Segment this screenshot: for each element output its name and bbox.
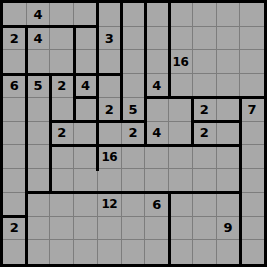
cell-empty[interactable] [50,240,74,264]
cell-empty[interactable] [27,98,51,122]
puzzle-grid: 42431665244252722421612629 [3,3,264,264]
cell-clue-r6c3[interactable]: 2 [50,122,74,146]
cell-empty[interactable] [217,193,241,217]
cell-empty[interactable] [74,98,98,122]
cell-clue-r4c7[interactable]: 4 [145,74,169,98]
cell-empty[interactable] [240,122,264,146]
cell-clue-r9c7[interactable]: 6 [145,193,169,217]
cell-empty[interactable] [122,27,146,51]
cell-empty[interactable] [122,50,146,74]
cell-empty[interactable] [240,74,264,98]
cell-empty[interactable] [169,3,193,27]
cell-empty[interactable] [169,74,193,98]
cell-empty[interactable] [145,217,169,241]
cell-empty[interactable] [98,217,122,241]
cell-empty[interactable] [27,217,51,241]
cell-empty[interactable] [50,98,74,122]
cell-empty[interactable] [145,240,169,264]
cell-empty[interactable] [169,193,193,217]
cell-clue-r6c7[interactable]: 4 [145,122,169,146]
cell-clue-r5c11[interactable]: 7 [240,98,264,122]
cell-empty[interactable] [27,50,51,74]
puzzle-board: 42431665244252722421612629 [0,0,267,267]
region-border-segment [73,96,100,99]
cell-empty[interactable] [122,74,146,98]
cell-empty[interactable] [98,122,122,146]
region-border-segment [49,73,52,195]
cell-empty[interactable] [169,27,193,51]
cell-clue-r4c2[interactable]: 5 [27,74,51,98]
region-border-segment [3,73,123,76]
cell-clue-r6c6[interactable]: 2 [122,122,146,146]
cell-clue-r10c10[interactable]: 9 [217,217,241,241]
cell-clue-r5c5[interactable]: 2 [98,98,122,122]
cell-empty[interactable] [27,193,51,217]
cell-empty[interactable] [240,50,264,74]
cell-empty[interactable] [3,145,27,169]
cell-empty[interactable] [193,50,217,74]
region-border-segment [3,25,99,28]
cell-empty[interactable] [217,27,241,51]
cell-clue-r4c3[interactable]: 2 [50,74,74,98]
cell-empty[interactable] [169,122,193,146]
cell-empty[interactable] [3,193,27,217]
cell-clue-r5c6[interactable]: 5 [122,98,146,122]
cell-empty[interactable] [50,193,74,217]
cell-clue-r2c2[interactable]: 4 [27,27,51,51]
cell-empty[interactable] [98,50,122,74]
cell-empty[interactable] [217,50,241,74]
cell-empty[interactable] [27,122,51,146]
cell-clue-r1c2[interactable]: 4 [27,3,51,27]
cell-empty[interactable] [217,98,241,122]
region-border-segment [49,120,147,123]
cell-empty[interactable] [240,193,264,217]
cell-empty[interactable] [74,122,98,146]
cell-clue-r4c1[interactable]: 6 [3,74,27,98]
cell-empty[interactable] [50,169,74,193]
cell-empty[interactable] [122,240,146,264]
cell-empty[interactable] [145,98,169,122]
cell-empty[interactable] [74,3,98,27]
cell-empty[interactable] [27,240,51,264]
cell-empty[interactable] [240,169,264,193]
cell-empty[interactable] [122,3,146,27]
cell-empty[interactable] [74,240,98,264]
cell-empty[interactable] [193,193,217,217]
cell-clue-r2c5[interactable]: 3 [98,27,122,51]
cell-empty[interactable] [145,50,169,74]
region-border-segment [25,25,28,264]
cell-empty[interactable] [3,122,27,146]
region-border-segment [49,144,242,147]
region-border-segment [120,3,123,123]
cell-empty[interactable] [217,74,241,98]
cell-empty[interactable] [74,27,98,51]
cell-empty[interactable] [193,27,217,51]
cell-empty[interactable] [240,27,264,51]
cell-empty[interactable] [74,50,98,74]
cell-empty[interactable] [145,169,169,193]
cell-empty[interactable] [145,3,169,27]
cell-empty[interactable] [122,169,146,193]
cell-empty[interactable] [169,169,193,193]
cell-empty[interactable] [193,3,217,27]
cell-empty[interactable] [50,50,74,74]
cell-empty[interactable] [193,74,217,98]
cell-empty[interactable] [240,217,264,241]
cell-empty[interactable] [169,98,193,122]
cell-empty[interactable] [3,169,27,193]
cell-empty[interactable] [98,169,122,193]
cell-empty[interactable] [74,169,98,193]
cell-empty[interactable] [122,193,146,217]
cell-empty[interactable] [3,98,27,122]
region-border-segment [3,215,28,218]
cell-empty[interactable] [217,3,241,27]
cell-empty[interactable] [98,3,122,27]
region-border-segment [168,191,171,264]
cell-empty[interactable] [74,217,98,241]
cell-empty[interactable] [217,145,241,169]
region-border-segment [25,191,242,194]
cell-empty[interactable] [240,240,264,264]
cell-empty[interactable] [50,3,74,27]
cell-empty[interactable] [193,240,217,264]
cell-clue-r4c4[interactable]: 4 [74,74,98,98]
cell-empty[interactable] [74,193,98,217]
cell-empty[interactable] [50,27,74,51]
cell-empty[interactable] [50,145,74,169]
cell-empty[interactable] [193,217,217,241]
cell-clue-r9c5[interactable]: 12 [98,193,122,217]
cell-empty[interactable] [50,217,74,241]
cell-empty[interactable] [169,217,193,241]
cell-empty[interactable] [3,3,27,27]
cell-clue-r2c1[interactable]: 2 [3,27,27,51]
cell-empty[interactable] [3,240,27,264]
cell-empty[interactable] [27,145,51,169]
cell-clue-r6c9[interactable]: 2 [193,122,217,146]
region-border-segment [191,120,241,123]
cell-clue-r3c8[interactable]: 16 [169,50,193,74]
cell-empty[interactable] [74,145,98,169]
cell-clue-r7c5[interactable]: 16 [98,145,122,169]
cell-empty[interactable] [98,240,122,264]
cell-empty[interactable] [169,240,193,264]
cell-empty[interactable] [169,145,193,169]
cell-empty[interactable] [193,169,217,193]
cell-empty[interactable] [3,50,27,74]
region-border-segment [144,96,264,99]
cell-empty[interactable] [122,217,146,241]
region-border-segment [168,3,171,99]
cell-empty[interactable] [145,27,169,51]
cell-empty[interactable] [122,145,146,169]
cell-empty[interactable] [217,240,241,264]
region-border-segment [144,3,147,147]
cell-empty[interactable] [217,169,241,193]
cell-empty[interactable] [27,169,51,193]
cell-empty[interactable] [98,74,122,98]
cell-clue-r5c9[interactable]: 2 [193,98,217,122]
cell-empty[interactable] [145,145,169,169]
cell-empty[interactable] [240,3,264,27]
cell-empty[interactable] [240,145,264,169]
cell-empty[interactable] [217,122,241,146]
cell-clue-r10c1[interactable]: 2 [3,217,27,241]
cell-empty[interactable] [193,145,217,169]
